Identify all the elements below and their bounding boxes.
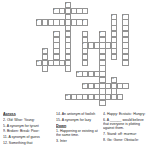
clue-column-1-content: Across2Old: Wise: Young:5A synonym for t… [3, 112, 54, 145]
clue-across-item: 12Something that [3, 141, 54, 145]
clue-across-item: 11A synonym of guess [3, 135, 54, 139]
clue-text: An antonym of foolish [62, 112, 96, 116]
across-header: Across [3, 112, 54, 116]
clue-number: 13 [111, 77, 114, 79]
grid-cell[interactable] [99, 100, 105, 106]
clue-down-item: 4Happy: Ecstatic: Hungry: [103, 112, 148, 116]
clue-column-1: Across2Old: Wise: Young:5A synonym for t… [3, 112, 55, 150]
clue-number: 1 [65, 2, 67, 4]
clue-text: Happening or existing at the same time. [56, 129, 98, 137]
clue-across-item: 5A synonym for tyrant [3, 123, 54, 127]
grid-cell[interactable] [122, 83, 128, 89]
clue-down-item: 1Happening or existing at the same time. [56, 129, 102, 137]
grid-cell[interactable] [42, 65, 48, 71]
down-header: Down [56, 124, 102, 128]
clue-across-item: 9Broken: Break: Poor: [3, 129, 54, 133]
crossword-grid: 123456789101112131415 [36, 2, 129, 106]
clue-text: A synonym for tyrant [7, 123, 39, 127]
clue-number: 11 [36, 60, 39, 62]
clue-text: A synonym of guess [8, 135, 39, 139]
clue-number: 12 [76, 71, 79, 73]
crossword-page: 123456789101112131415 Across2Old: Wise: … [0, 0, 150, 150]
clue-down-item: 3Inter [56, 139, 102, 143]
grid-cell[interactable] [82, 8, 88, 14]
clue-column-2: 14An antonym of foolish15A synonym for l… [56, 112, 103, 150]
clue-text: Old: Wise: Young: [7, 118, 35, 122]
clue-text: Happy: Ecstatic: Hungry: [107, 112, 146, 116]
grid-cell[interactable] [122, 60, 128, 66]
clue-across-item: 15A synonym for lazy [56, 118, 102, 122]
clue-text: Inter [60, 139, 67, 143]
grid-cell[interactable] [65, 65, 71, 71]
clue-down-item: 8Go: Gone: Obstacle: [103, 137, 148, 141]
clue-down-item: 6A ______ would believe that everyone is… [103, 118, 148, 130]
clue-number: 9 [82, 42, 84, 44]
clue-text: A synonym for lazy [62, 118, 91, 122]
clue-column-3-content: 4Happy: Ecstatic: Hungry:6A ______ would… [103, 112, 148, 141]
grid-cell[interactable] [111, 54, 117, 60]
clue-number: 15 [65, 94, 68, 96]
clue-across-item: 2Old: Wise: Young: [3, 118, 54, 122]
clue-down-item: 7Stand: off: murmur: [103, 132, 148, 136]
clue-text: Go: Gone: Obstacle: [107, 137, 139, 141]
clue-number: 5 [36, 19, 38, 21]
clue-number: 6 [82, 19, 84, 21]
clue-column-3: 4Happy: Ecstatic: Hungry:6A ______ would… [103, 112, 149, 150]
clue-text: Broken: Break: Poor: [7, 129, 39, 133]
clue-text: Stand: off: murmur: [107, 132, 137, 136]
clue-across-item: 14An antonym of foolish [56, 112, 102, 116]
clue-number: 14 [82, 83, 85, 85]
clue-text: A ______ would believe that everyone is … [103, 118, 144, 130]
clue-number: 3 [111, 14, 113, 16]
clue-text: Something that [9, 141, 33, 145]
clue-number: 10 [42, 48, 45, 50]
clue-column-2-content: 14An antonym of foolish15A synonym for l… [56, 112, 102, 143]
grid-cell[interactable] [117, 94, 123, 100]
grid-cell[interactable] [82, 60, 88, 66]
